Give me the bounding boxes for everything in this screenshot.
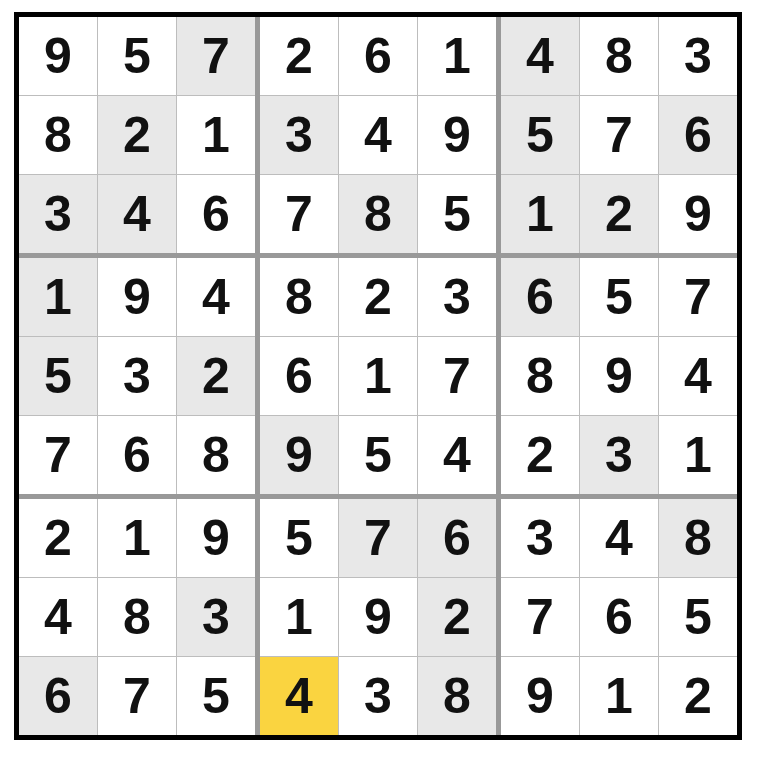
sudoku-page: 9578213462613497854835761291945327688236… <box>0 0 763 757</box>
cell-r1c3[interactable]: 7 <box>177 17 255 95</box>
cell-r4c8[interactable]: 5 <box>580 258 658 336</box>
cell-r2c3[interactable]: 1 <box>177 96 255 174</box>
cell-r3c9[interactable]: 9 <box>659 175 737 253</box>
cell-r3c3[interactable]: 6 <box>177 175 255 253</box>
cell-r1c6[interactable]: 1 <box>418 17 496 95</box>
cell-r7c7[interactable]: 3 <box>501 499 579 577</box>
cell-r7c6[interactable]: 6 <box>418 499 496 577</box>
cell-r8c2[interactable]: 8 <box>98 578 176 656</box>
cell-r2c4[interactable]: 3 <box>260 96 338 174</box>
cell-r8c6[interactable]: 2 <box>418 578 496 656</box>
box-7: 219483675 <box>19 499 255 735</box>
cell-r6c1[interactable]: 7 <box>19 416 97 494</box>
cell-r3c6[interactable]: 5 <box>418 175 496 253</box>
cell-r9c2[interactable]: 7 <box>98 657 176 735</box>
cell-r3c7[interactable]: 1 <box>501 175 579 253</box>
cell-r9c3[interactable]: 5 <box>177 657 255 735</box>
cell-r7c3[interactable]: 9 <box>177 499 255 577</box>
cell-r4c1[interactable]: 1 <box>19 258 97 336</box>
cell-r9c6[interactable]: 8 <box>418 657 496 735</box>
cell-r4c6[interactable]: 3 <box>418 258 496 336</box>
cell-r5c1[interactable]: 5 <box>19 337 97 415</box>
cell-r1c8[interactable]: 8 <box>580 17 658 95</box>
cell-r2c1[interactable]: 8 <box>19 96 97 174</box>
cell-r9c9[interactable]: 2 <box>659 657 737 735</box>
box-6: 657894231 <box>501 258 737 494</box>
cell-r2c9[interactable]: 6 <box>659 96 737 174</box>
cell-r9c8[interactable]: 1 <box>580 657 658 735</box>
cell-r2c5[interactable]: 4 <box>339 96 417 174</box>
cell-r7c8[interactable]: 4 <box>580 499 658 577</box>
cell-r6c6[interactable]: 4 <box>418 416 496 494</box>
cell-r5c3[interactable]: 2 <box>177 337 255 415</box>
box-4: 194532768 <box>19 258 255 494</box>
cell-r1c9[interactable]: 3 <box>659 17 737 95</box>
sudoku-board: 9578213462613497854835761291945327688236… <box>14 12 742 740</box>
cell-r9c1[interactable]: 6 <box>19 657 97 735</box>
cell-r6c7[interactable]: 2 <box>501 416 579 494</box>
cell-r8c7[interactable]: 7 <box>501 578 579 656</box>
cell-r1c5[interactable]: 6 <box>339 17 417 95</box>
cell-r1c4[interactable]: 2 <box>260 17 338 95</box>
cell-r6c2[interactable]: 6 <box>98 416 176 494</box>
cell-r7c5[interactable]: 7 <box>339 499 417 577</box>
cell-r2c7[interactable]: 5 <box>501 96 579 174</box>
cell-r5c9[interactable]: 4 <box>659 337 737 415</box>
box-1: 957821346 <box>19 17 255 253</box>
cell-r9c7[interactable]: 9 <box>501 657 579 735</box>
box-2: 261349785 <box>260 17 496 253</box>
cell-r4c5[interactable]: 2 <box>339 258 417 336</box>
cell-r8c5[interactable]: 9 <box>339 578 417 656</box>
cell-r8c8[interactable]: 6 <box>580 578 658 656</box>
cell-r4c9[interactable]: 7 <box>659 258 737 336</box>
cell-r1c2[interactable]: 5 <box>98 17 176 95</box>
cell-r2c2[interactable]: 2 <box>98 96 176 174</box>
cell-r3c4[interactable]: 7 <box>260 175 338 253</box>
cell-r5c7[interactable]: 8 <box>501 337 579 415</box>
cell-r3c5[interactable]: 8 <box>339 175 417 253</box>
box-8: 576192438 <box>260 499 496 735</box>
cell-r6c4[interactable]: 9 <box>260 416 338 494</box>
cell-r8c3[interactable]: 3 <box>177 578 255 656</box>
cell-r5c6[interactable]: 7 <box>418 337 496 415</box>
cell-r8c1[interactable]: 4 <box>19 578 97 656</box>
box-3: 483576129 <box>501 17 737 253</box>
cell-r3c8[interactable]: 2 <box>580 175 658 253</box>
cell-r6c3[interactable]: 8 <box>177 416 255 494</box>
cell-r1c1[interactable]: 9 <box>19 17 97 95</box>
cell-r6c5[interactable]: 5 <box>339 416 417 494</box>
box-5: 823617954 <box>260 258 496 494</box>
cell-r9c5[interactable]: 3 <box>339 657 417 735</box>
cell-r5c8[interactable]: 9 <box>580 337 658 415</box>
cell-r7c1[interactable]: 2 <box>19 499 97 577</box>
cell-r1c7[interactable]: 4 <box>501 17 579 95</box>
cell-r5c2[interactable]: 3 <box>98 337 176 415</box>
cell-r8c4[interactable]: 1 <box>260 578 338 656</box>
cell-r5c5[interactable]: 1 <box>339 337 417 415</box>
cell-r3c1[interactable]: 3 <box>19 175 97 253</box>
cell-r5c4[interactable]: 6 <box>260 337 338 415</box>
cell-r8c9[interactable]: 5 <box>659 578 737 656</box>
cell-r4c7[interactable]: 6 <box>501 258 579 336</box>
cell-r4c2[interactable]: 9 <box>98 258 176 336</box>
cell-r9c4[interactable]: 4 <box>260 657 338 735</box>
cell-r4c3[interactable]: 4 <box>177 258 255 336</box>
cell-r6c9[interactable]: 1 <box>659 416 737 494</box>
cell-r4c4[interactable]: 8 <box>260 258 338 336</box>
cell-r3c2[interactable]: 4 <box>98 175 176 253</box>
cell-r7c2[interactable]: 1 <box>98 499 176 577</box>
cell-r6c8[interactable]: 3 <box>580 416 658 494</box>
cell-r7c9[interactable]: 8 <box>659 499 737 577</box>
cell-r7c4[interactable]: 5 <box>260 499 338 577</box>
cell-r2c6[interactable]: 9 <box>418 96 496 174</box>
cell-r2c8[interactable]: 7 <box>580 96 658 174</box>
box-9: 348765912 <box>501 499 737 735</box>
